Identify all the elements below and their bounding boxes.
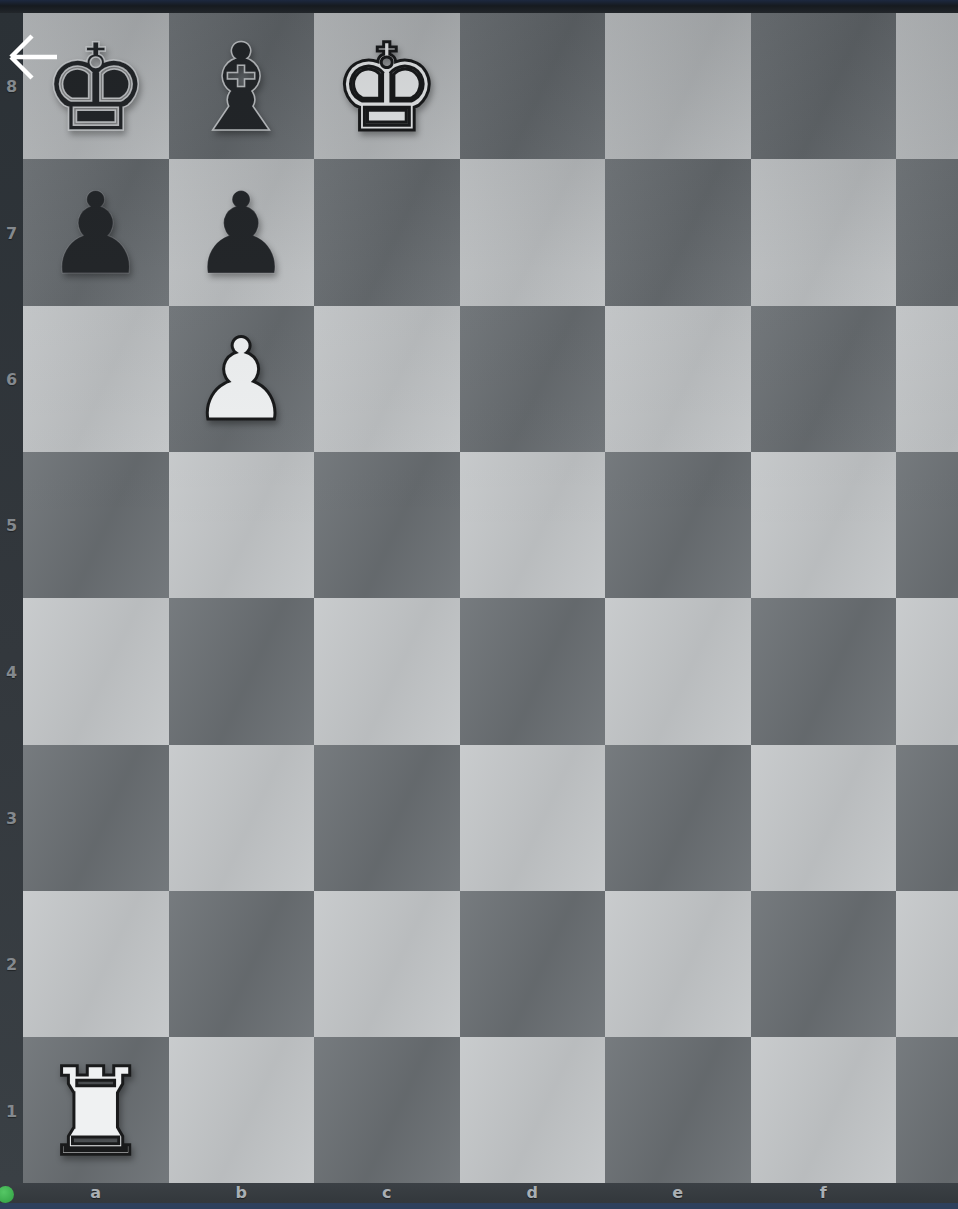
file-label-b: b — [236, 1183, 247, 1203]
square-d1[interactable] — [460, 1037, 606, 1183]
piece-white-king[interactable]: ♚ — [333, 28, 441, 149]
square-d3[interactable] — [460, 745, 606, 891]
square-d2[interactable] — [460, 891, 606, 1037]
square-f6[interactable] — [751, 306, 897, 452]
square-b5[interactable] — [169, 452, 315, 598]
square-g3[interactable] — [896, 745, 958, 891]
square-g5[interactable] — [896, 452, 958, 598]
square-d5[interactable] — [460, 452, 606, 598]
square-b1[interactable] — [169, 1037, 315, 1183]
square-c8[interactable]: ♚ — [314, 13, 460, 159]
square-d6[interactable] — [460, 306, 606, 452]
square-e3[interactable] — [605, 745, 751, 891]
square-f8[interactable] — [751, 13, 897, 159]
square-c7[interactable] — [314, 159, 460, 305]
square-d8[interactable] — [460, 13, 606, 159]
square-f1[interactable] — [751, 1037, 897, 1183]
file-label-f: f — [820, 1183, 827, 1203]
square-g2[interactable] — [896, 891, 958, 1037]
square-c3[interactable] — [314, 745, 460, 891]
square-f4[interactable] — [751, 598, 897, 744]
rank-label-1: 1 — [0, 1101, 23, 1120]
square-c6[interactable] — [314, 306, 460, 452]
file-label-a: a — [90, 1183, 101, 1203]
square-g1[interactable] — [896, 1037, 958, 1183]
square-a3[interactable] — [23, 745, 169, 891]
square-c1[interactable] — [314, 1037, 460, 1183]
square-a7[interactable]: ♟ — [23, 159, 169, 305]
square-b7[interactable]: ♟ — [169, 159, 315, 305]
square-e8[interactable] — [605, 13, 751, 159]
piece-black-pawn[interactable]: ♟ — [45, 178, 146, 291]
square-b8[interactable]: ♝ — [169, 13, 315, 159]
square-d4[interactable] — [460, 598, 606, 744]
square-e4[interactable] — [605, 598, 751, 744]
file-coordinate-strip: abcdef — [0, 1183, 958, 1203]
file-label-c: c — [382, 1183, 391, 1203]
top-bar — [0, 0, 958, 13]
rank-label-5: 5 — [0, 516, 23, 535]
square-g4[interactable] — [896, 598, 958, 744]
square-b6[interactable]: ♟ — [169, 306, 315, 452]
square-g6[interactable] — [896, 306, 958, 452]
square-a6[interactable] — [23, 306, 169, 452]
rank-label-4: 4 — [0, 662, 23, 681]
square-a2[interactable] — [23, 891, 169, 1037]
back-arrow-icon[interactable] — [6, 32, 60, 82]
square-b3[interactable] — [169, 745, 315, 891]
square-f5[interactable] — [751, 452, 897, 598]
file-label-e: e — [672, 1183, 683, 1203]
rank-label-6: 6 — [0, 369, 23, 388]
square-a1[interactable]: ♜ — [23, 1037, 169, 1183]
square-c4[interactable] — [314, 598, 460, 744]
rank-label-7: 7 — [0, 223, 23, 242]
square-c2[interactable] — [314, 891, 460, 1037]
piece-black-pawn[interactable]: ♟ — [191, 178, 292, 291]
bottom-accent-bar — [0, 1203, 958, 1209]
piece-white-rook[interactable]: ♜ — [42, 1052, 150, 1173]
square-f7[interactable] — [751, 159, 897, 305]
square-g7[interactable] — [896, 159, 958, 305]
square-e1[interactable] — [605, 1037, 751, 1183]
rank-label-2: 2 — [0, 955, 23, 974]
square-e6[interactable] — [605, 306, 751, 452]
square-e2[interactable] — [605, 891, 751, 1037]
square-a5[interactable] — [23, 452, 169, 598]
piece-black-bishop[interactable]: ♝ — [187, 28, 295, 149]
square-g8[interactable] — [896, 13, 958, 159]
square-b4[interactable] — [169, 598, 315, 744]
rank-coordinate-rail: 87654321 — [0, 13, 23, 1183]
square-d7[interactable] — [460, 159, 606, 305]
file-label-d: d — [527, 1183, 538, 1203]
square-e5[interactable] — [605, 452, 751, 598]
rank-label-3: 3 — [0, 808, 23, 827]
piece-white-pawn[interactable]: ♟ — [191, 324, 292, 437]
square-b2[interactable] — [169, 891, 315, 1037]
square-a4[interactable] — [23, 598, 169, 744]
square-f3[interactable] — [751, 745, 897, 891]
square-f2[interactable] — [751, 891, 897, 1037]
square-e7[interactable] — [605, 159, 751, 305]
chess-app-screen: 87654321 ♚♝♚♟♟♟♜ abcdef — [0, 0, 958, 1209]
chess-board[interactable]: ♚♝♚♟♟♟♜ — [23, 13, 958, 1183]
square-c5[interactable] — [314, 452, 460, 598]
